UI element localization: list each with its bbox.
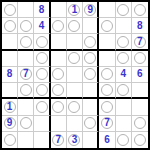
cell-r5c5[interactable] — [67, 67, 83, 83]
cell-r2c1[interactable] — [2, 18, 18, 34]
cell-r2c2[interactable] — [18, 18, 34, 34]
odd-circle-marker — [68, 20, 80, 32]
odd-circle-marker — [36, 52, 48, 64]
cell-r4c9[interactable] — [132, 51, 148, 67]
odd-circle-marker — [36, 36, 48, 48]
cell-r6c5[interactable] — [67, 83, 83, 99]
cell-r1c4[interactable] — [51, 2, 67, 18]
cell-r6c7[interactable] — [99, 83, 115, 99]
odd-circle-marker — [117, 134, 129, 146]
cell-r8c8[interactable] — [116, 116, 132, 132]
given-digit: 1 — [7, 102, 13, 112]
given-digit: 3 — [72, 135, 78, 145]
cell-r7c3[interactable] — [34, 99, 50, 115]
cell-r9c3[interactable] — [34, 132, 50, 148]
cell-r6c8[interactable] — [116, 83, 132, 99]
given-digit: 7 — [55, 135, 61, 145]
cell-r2c4[interactable] — [51, 18, 67, 34]
cell-r7c8[interactable] — [116, 99, 132, 115]
cell-r9c7[interactable]: 6 — [99, 132, 115, 148]
odd-circle-marker — [20, 84, 32, 96]
cell-r8c1[interactable]: 9 — [2, 116, 18, 132]
cell-r8c6[interactable] — [83, 116, 99, 132]
cell-r8c5[interactable] — [67, 116, 83, 132]
odd-circle-marker — [134, 134, 146, 146]
odd-circle-marker — [101, 84, 113, 96]
cell-r8c4[interactable] — [51, 116, 67, 132]
cell-r2c3[interactable]: 4 — [34, 18, 50, 34]
cell-r5c1[interactable]: 8 — [2, 67, 18, 83]
cell-r8c2[interactable] — [18, 116, 34, 132]
cell-r1c7[interactable] — [99, 2, 115, 18]
cell-r4c7[interactable] — [99, 51, 115, 67]
cell-r6c4[interactable] — [51, 83, 67, 99]
cell-r2c5[interactable] — [67, 18, 83, 34]
odd-circle-marker — [4, 134, 16, 146]
cell-r2c8[interactable] — [116, 18, 132, 34]
cell-r3c7[interactable] — [99, 34, 115, 50]
cell-r5c2[interactable]: 7 — [18, 67, 34, 83]
cell-r5c8[interactable]: 4 — [116, 67, 132, 83]
odd-circle-marker — [68, 52, 80, 64]
odd-circle-marker — [4, 4, 16, 16]
given-digit: 6 — [137, 69, 143, 79]
odd-circle-marker — [20, 117, 32, 129]
odd-circle-marker — [84, 36, 96, 48]
given-digit: 7 — [104, 118, 110, 128]
given-digit: 6 — [104, 135, 110, 145]
cell-r9c8[interactable] — [116, 132, 132, 148]
cell-r3c9[interactable]: 7 — [132, 34, 148, 50]
odd-circle-marker — [84, 117, 96, 129]
cell-r5c3[interactable] — [34, 67, 50, 83]
cell-r8c9[interactable] — [132, 116, 148, 132]
odd-circle-marker: 9 — [84, 4, 96, 16]
cell-r3c1[interactable] — [2, 34, 18, 50]
odd-circle-marker: 7 — [20, 68, 32, 80]
cell-r3c5[interactable] — [67, 34, 83, 50]
cell-r4c6[interactable] — [83, 51, 99, 67]
given-digit: 8 — [7, 69, 13, 79]
given-digit: 4 — [120, 69, 126, 79]
cell-r6c9[interactable] — [132, 83, 148, 99]
odd-circle-marker: 3 — [68, 134, 80, 146]
cell-r2c6[interactable] — [83, 18, 99, 34]
odd-circle-marker — [36, 101, 48, 113]
cell-r9c1[interactable] — [2, 132, 18, 148]
cell-r9c2[interactable] — [18, 132, 34, 148]
cell-r7c9[interactable] — [132, 99, 148, 115]
odd-circle-marker: 7 — [52, 134, 64, 146]
cell-r6c3[interactable] — [34, 83, 50, 99]
odd-circle-marker — [20, 36, 32, 48]
cell-r3c2[interactable] — [18, 34, 34, 50]
odd-circle-marker — [20, 20, 32, 32]
cell-r1c8[interactable] — [116, 2, 132, 18]
cell-r7c6[interactable] — [83, 99, 99, 115]
cell-r4c1[interactable] — [2, 51, 18, 67]
cell-r5c6[interactable] — [83, 67, 99, 83]
cell-r3c3[interactable] — [34, 34, 50, 50]
sudoku-board: 8194878746197736 — [0, 0, 150, 150]
odd-circle-marker: 9 — [4, 117, 16, 129]
given-digit: 4 — [39, 21, 45, 31]
cell-r5c7[interactable] — [99, 67, 115, 83]
cell-r7c4[interactable] — [51, 99, 67, 115]
odd-circle-marker: 1 — [4, 101, 16, 113]
cell-r4c3[interactable] — [34, 51, 50, 67]
odd-circle-marker: 1 — [68, 4, 80, 16]
odd-circle-marker — [84, 52, 96, 64]
cell-r4c8[interactable] — [116, 51, 132, 67]
odd-circle-marker: 7 — [134, 36, 146, 48]
cell-r3c8[interactable] — [116, 34, 132, 50]
cell-r1c9[interactable] — [132, 2, 148, 18]
given-digit: 1 — [72, 5, 78, 15]
odd-circle-marker — [52, 68, 64, 80]
cell-r1c5[interactable]: 1 — [67, 2, 83, 18]
cell-r9c4[interactable]: 7 — [51, 132, 67, 148]
odd-circle-marker — [52, 84, 64, 96]
odd-circle-marker — [117, 4, 129, 16]
cell-r6c1[interactable] — [2, 83, 18, 99]
odd-circle-marker — [52, 20, 64, 32]
cell-r1c3[interactable]: 8 — [34, 2, 50, 18]
cell-r8c3[interactable] — [34, 116, 50, 132]
cell-r7c5[interactable] — [67, 99, 83, 115]
cell-r7c1[interactable]: 1 — [2, 99, 18, 115]
cell-r8c7[interactable]: 7 — [99, 116, 115, 132]
cell-r1c1[interactable] — [2, 2, 18, 18]
odd-circle-marker — [4, 20, 16, 32]
cell-r7c2[interactable] — [18, 99, 34, 115]
cell-r5c4[interactable] — [51, 67, 67, 83]
odd-circle-marker — [134, 52, 146, 64]
cell-r4c5[interactable] — [67, 51, 83, 67]
given-digit: 7 — [137, 37, 143, 47]
odd-circle-marker — [36, 84, 48, 96]
given-digit: 9 — [87, 5, 93, 15]
given-digit: 7 — [23, 69, 29, 79]
odd-circle-marker — [134, 117, 146, 129]
odd-circle-marker — [117, 52, 129, 64]
given-digit: 8 — [39, 5, 45, 15]
cell-r3c4[interactable] — [51, 34, 67, 50]
cell-r6c6[interactable] — [83, 83, 99, 99]
cell-r7c7[interactable] — [99, 99, 115, 115]
cell-r3c6[interactable] — [83, 34, 99, 50]
odd-circle-marker — [84, 68, 96, 80]
cell-r5c9[interactable]: 6 — [132, 67, 148, 83]
odd-circle-marker — [36, 68, 48, 80]
cell-r1c6[interactable]: 9 — [83, 2, 99, 18]
odd-circle-marker — [134, 4, 146, 16]
cell-r6c2[interactable] — [18, 83, 34, 99]
cell-r9c5[interactable]: 3 — [67, 132, 83, 148]
cell-r4c2[interactable] — [18, 51, 34, 67]
odd-circle-marker — [101, 101, 113, 113]
odd-circle-marker — [117, 36, 129, 48]
given-digit: 8 — [137, 21, 143, 31]
cell-r4c4[interactable] — [51, 51, 67, 67]
cell-r9c9[interactable] — [132, 132, 148, 148]
odd-circle-marker — [52, 101, 64, 113]
odd-circle-marker — [68, 101, 80, 113]
odd-circle-marker — [101, 68, 113, 80]
odd-circle-marker — [101, 20, 113, 32]
cell-r1c2[interactable] — [18, 2, 34, 18]
cell-r9c6[interactable] — [83, 132, 99, 148]
cell-r2c9[interactable]: 8 — [132, 18, 148, 34]
given-digit: 9 — [7, 118, 13, 128]
cell-r2c7[interactable] — [99, 18, 115, 34]
odd-circle-marker: 7 — [101, 117, 113, 129]
odd-circle-marker — [117, 84, 129, 96]
